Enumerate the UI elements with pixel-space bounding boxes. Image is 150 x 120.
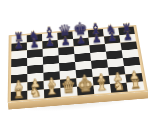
piece-black-knight: ♞ xyxy=(105,23,117,36)
square-e5 xyxy=(74,53,91,62)
square-d4 xyxy=(59,62,76,71)
piece-black-queen: ♛ xyxy=(57,23,72,40)
piece-black-king: ♚ xyxy=(72,21,88,39)
piece-black-bishop: ♝ xyxy=(89,22,103,37)
square-d5 xyxy=(59,54,75,63)
square-a5 xyxy=(11,58,27,67)
square-b5 xyxy=(27,57,43,66)
square-b1: ♞ xyxy=(27,89,44,99)
chess-board: ♜♞♝♛♚♝♞♜♟♟♟♟♟♟♟♟♟♟♟♟♟♟♟♟♜♞♝♛♚♝♞♜ xyxy=(8,25,148,103)
square-c5 xyxy=(43,55,59,64)
square-d1: ♛ xyxy=(60,87,77,97)
square-h1: ♜ xyxy=(127,81,145,91)
chess-board-squares: ♜♞♝♛♚♝♞♜♟♟♟♟♟♟♟♟♟♟♟♟♟♟♟♟♜♞♝♛♚♝♞♜ xyxy=(11,27,145,101)
square-f1: ♝ xyxy=(94,84,112,94)
piece-black-bishop: ♝ xyxy=(42,25,56,40)
square-c1: ♝ xyxy=(44,88,61,98)
piece-black-knight: ♞ xyxy=(28,29,40,42)
square-g1: ♞ xyxy=(110,83,128,93)
piece-black-rook: ♜ xyxy=(13,31,24,43)
chess-set-photo: ♜♞♝♛♚♝♞♜♟♟♟♟♟♟♟♟♟♟♟♟♟♟♟♟♜♞♝♛♚♝♞♜ xyxy=(0,0,150,120)
square-e1: ♚ xyxy=(77,85,94,95)
square-a6 xyxy=(11,50,27,59)
square-h5 xyxy=(122,49,139,58)
piece-black-rook: ♜ xyxy=(121,22,132,34)
square-a1: ♜ xyxy=(11,91,28,101)
square-a4 xyxy=(11,66,27,75)
